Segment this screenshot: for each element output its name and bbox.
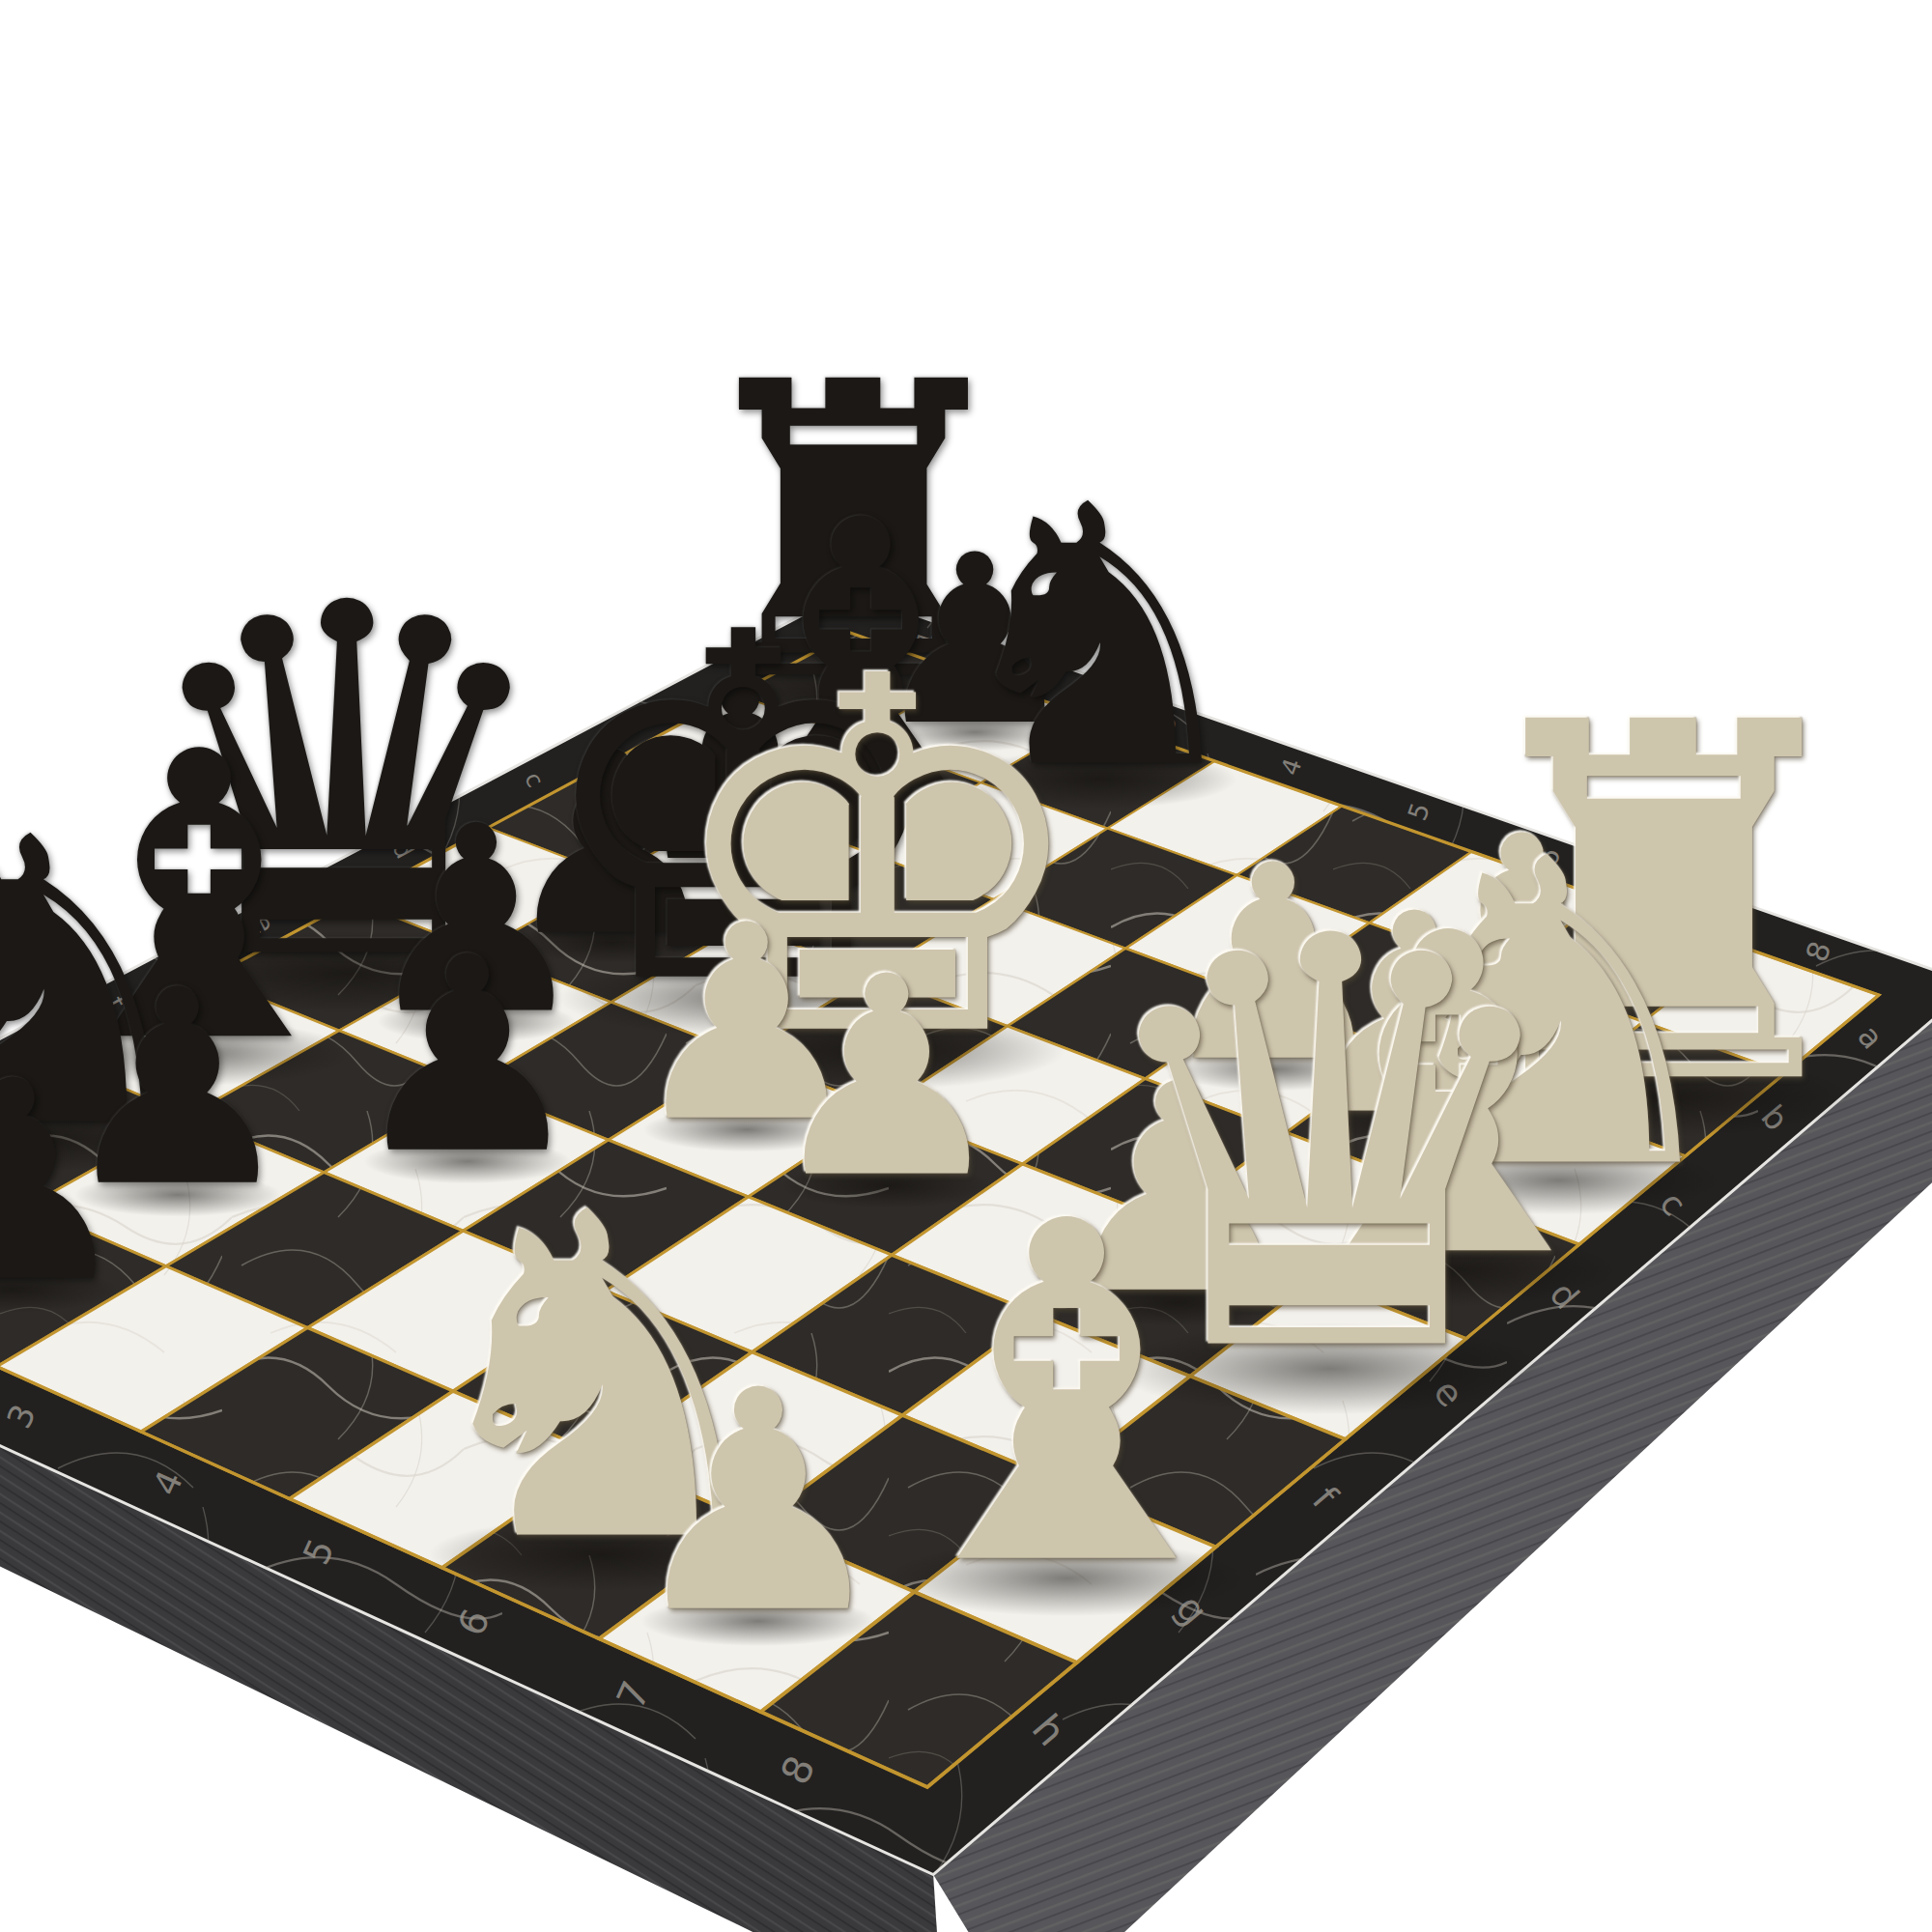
piece-white-pawn-h7[interactable]: ♟ [622,1350,895,1655]
chess-photo-scene: 1122334455667788aabbccddeeffgghh ♜♟♞♝♟♟♛… [0,0,1932,1932]
piece-black-pawn-h2[interactable]: ♟ [0,1045,136,1321]
piece-white-bishop-g8[interactable]: ♝ [857,1162,1276,1630]
pieces-layer: ♜♟♞♝♟♟♛♚♟♟♚♝♟♜♟♟♞♟♞♟♟♝♟♟♛♞♝♟ [0,0,1932,1932]
